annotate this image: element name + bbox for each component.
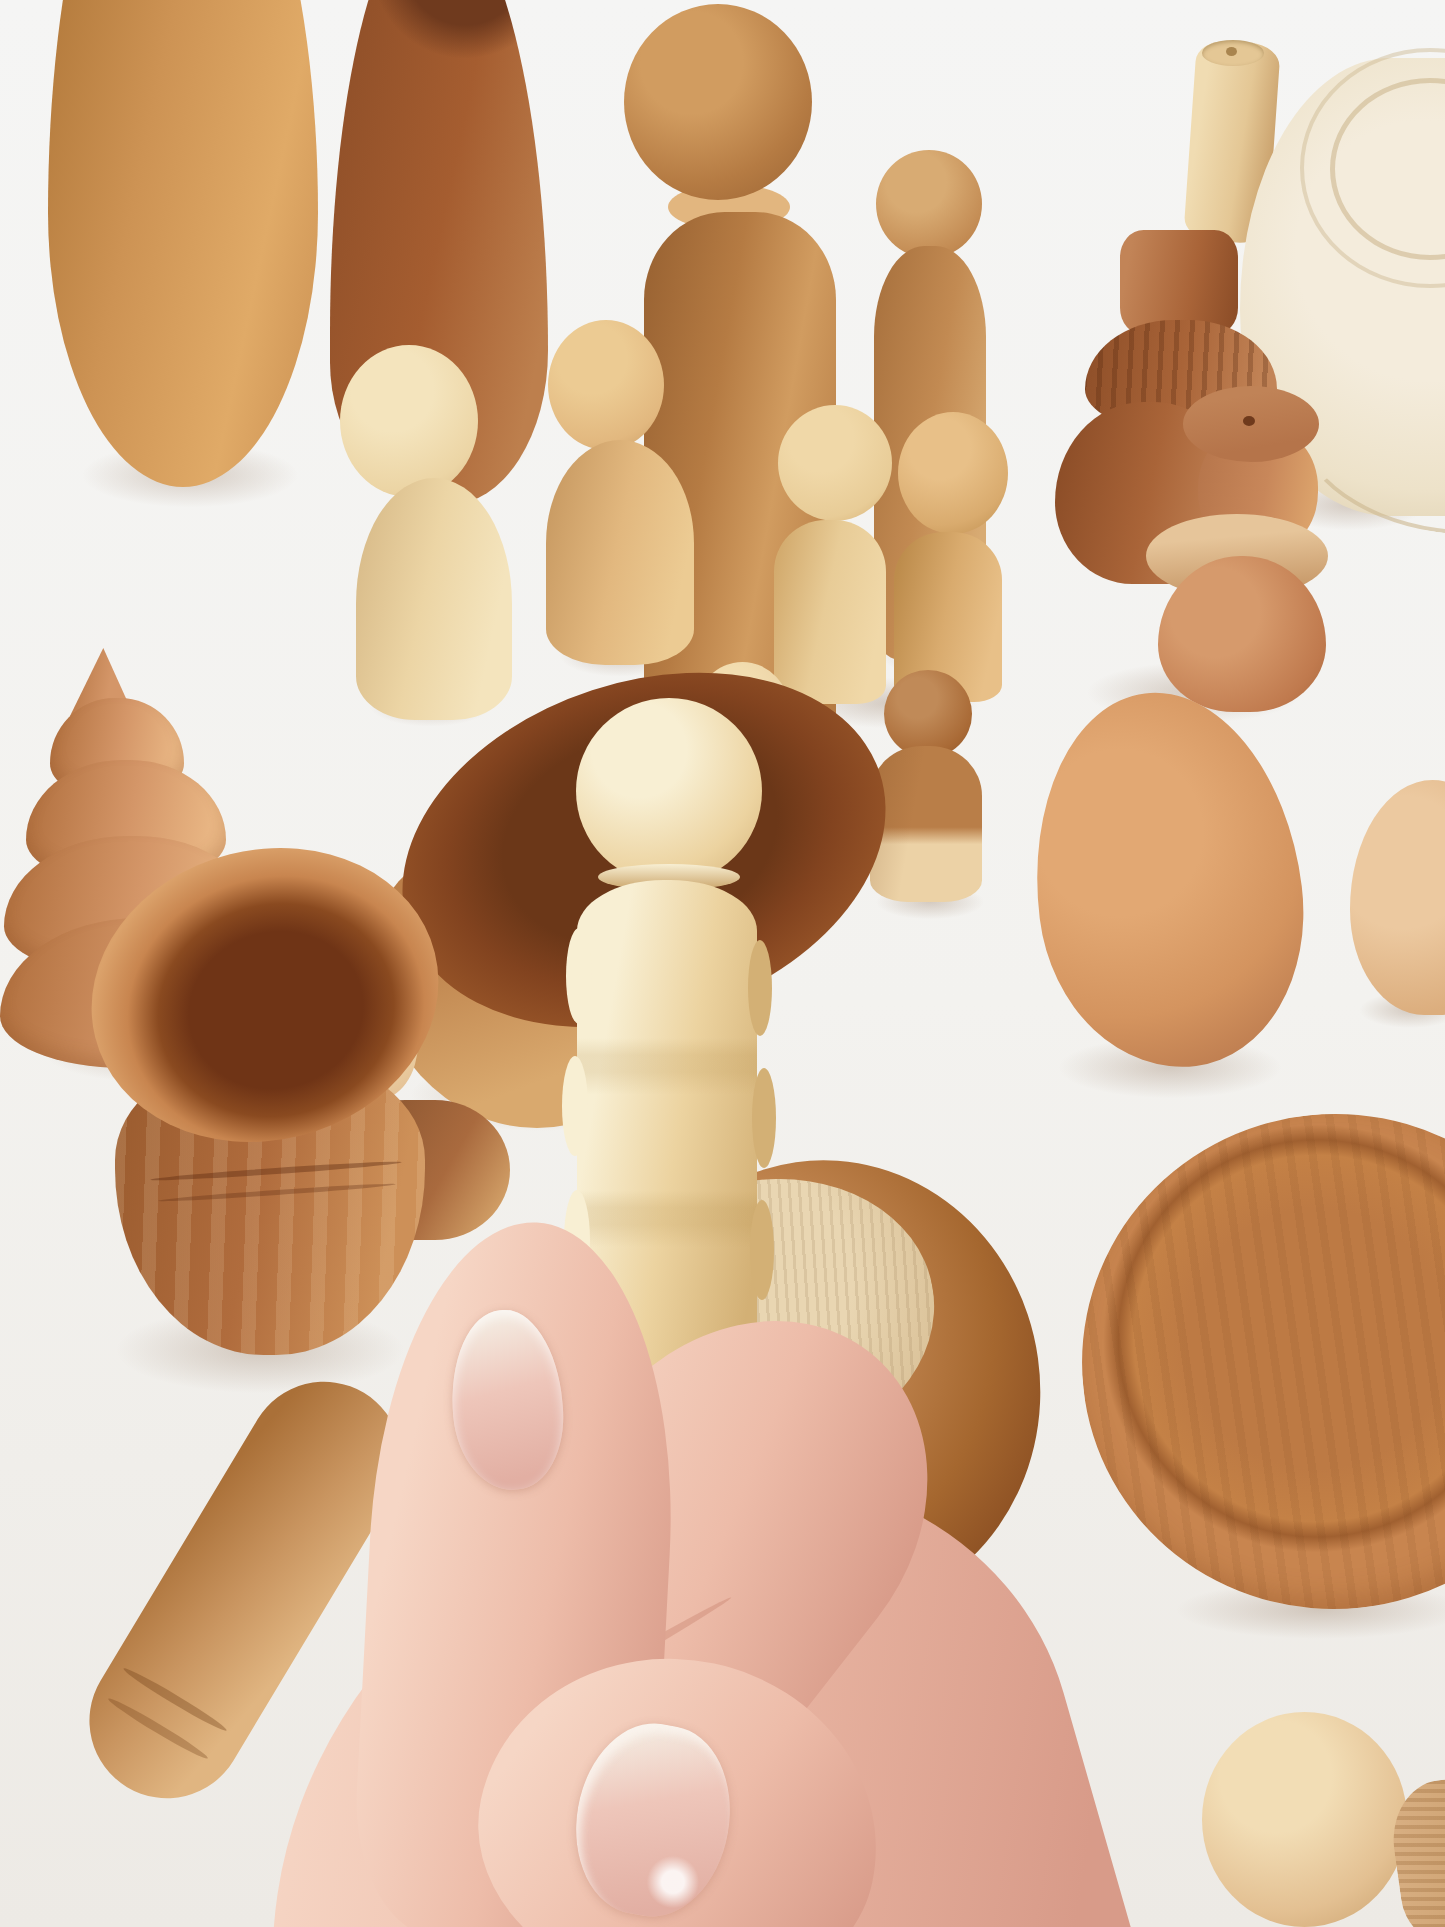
cream-doll-head [340, 345, 478, 497]
tan-doll-body [546, 440, 694, 665]
big-peg-doll-head [624, 4, 812, 200]
wooden-egg [1014, 677, 1322, 1082]
tan-peg-doll-head [876, 150, 982, 258]
tan-doll-head [548, 320, 664, 450]
held-doll-wave [748, 940, 772, 1036]
two-tone-doll-body [870, 746, 982, 902]
cream-doll-body [356, 478, 512, 720]
wooden-vase [48, 0, 318, 487]
held-doll-wave [750, 1200, 774, 1300]
finial-hole [1243, 416, 1255, 426]
two-tone-doll-head [884, 670, 972, 758]
small-tan-doll-head [898, 412, 1008, 534]
photo-scene [0, 0, 1445, 1927]
wooden-plate [1058, 1089, 1445, 1634]
small-light-doll-head [778, 405, 892, 521]
wooden-ball [1202, 1712, 1407, 1927]
acorn-right-edge [1350, 780, 1445, 1015]
held-doll-head [576, 698, 762, 884]
small-light-doll-body [774, 520, 886, 704]
held-doll-wave [752, 1068, 776, 1168]
held-doll-wave [566, 928, 592, 1024]
held-doll-wave [562, 1056, 588, 1156]
spindle-hole [1226, 47, 1237, 56]
